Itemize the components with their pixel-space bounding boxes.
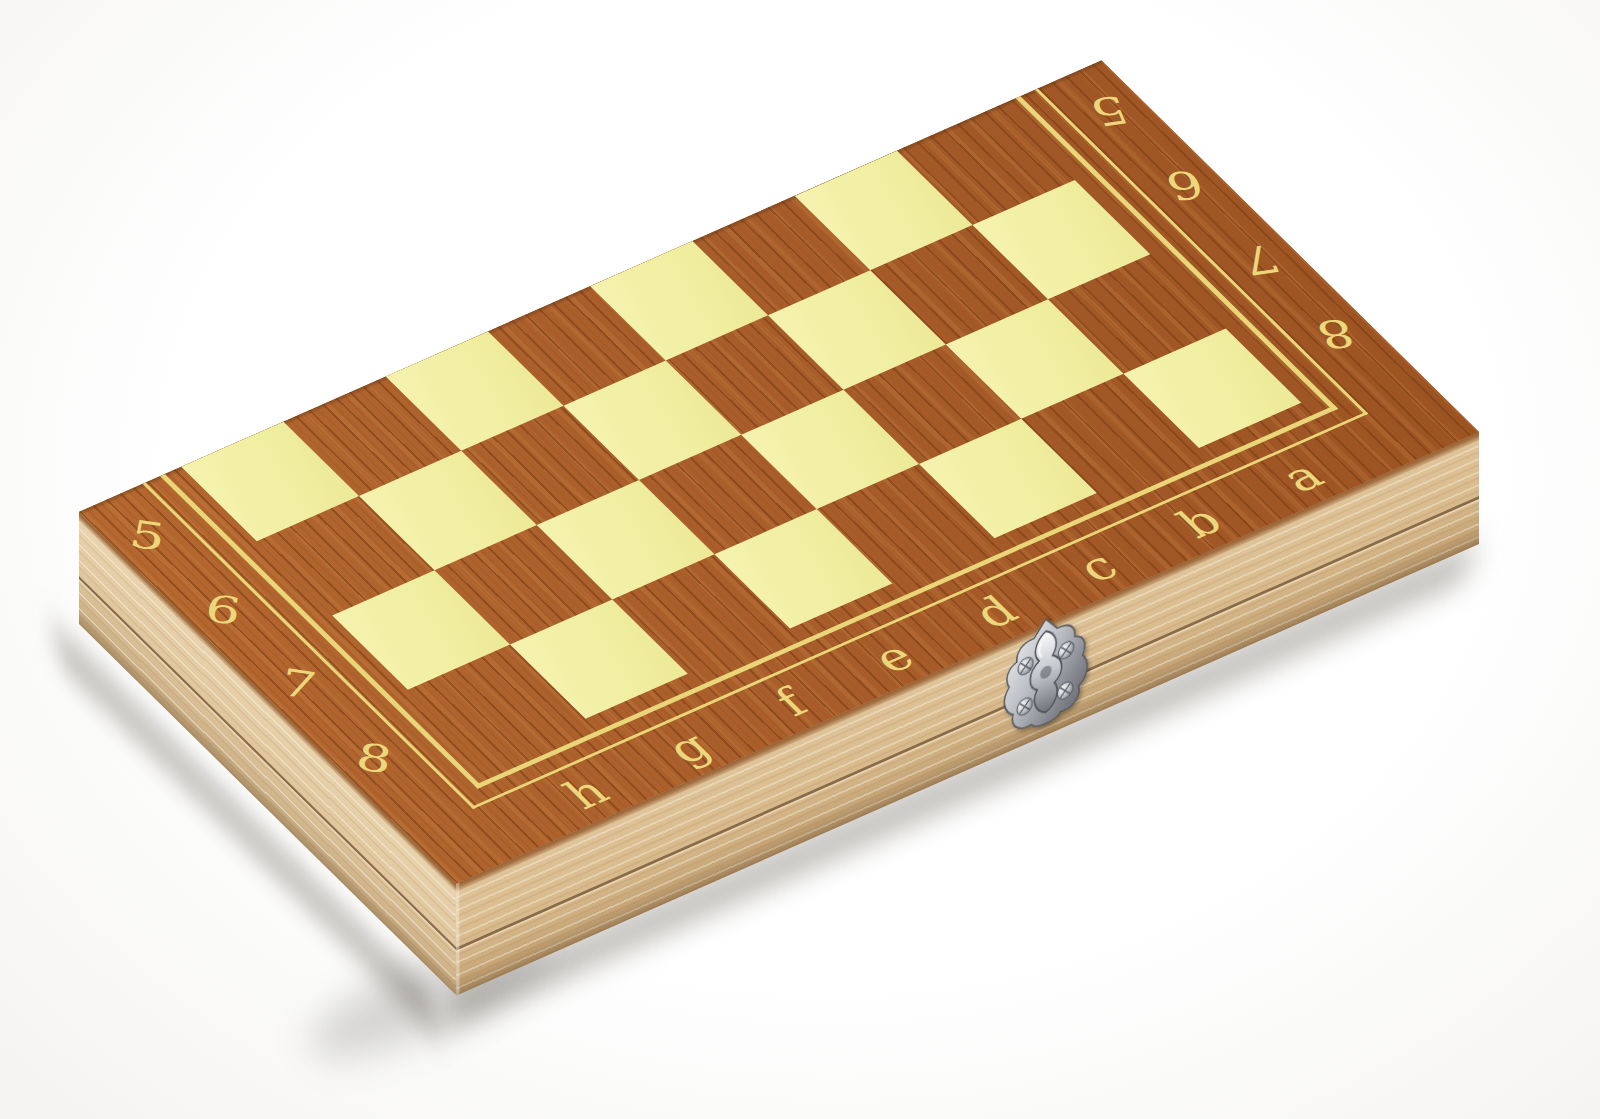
box-corner-highlight [457, 882, 460, 995]
scene: 5 6 7 8 5 6 7 8 h g f e d c b a [0, 0, 1600, 1119]
rank-label-left-6: 6 [183, 580, 264, 639]
rank-label-left-5: 5 [107, 506, 188, 565]
